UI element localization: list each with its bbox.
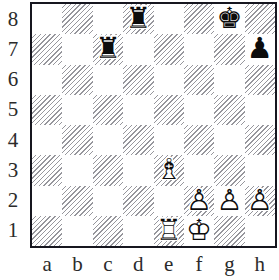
square-g2[interactable]: ♟♙ <box>214 186 244 216</box>
square-b2[interactable] <box>62 186 92 216</box>
square-b3[interactable] <box>62 155 92 185</box>
square-f3[interactable] <box>184 155 214 185</box>
square-c3[interactable] <box>93 155 123 185</box>
square-g8[interactable]: ♚♚ <box>214 4 244 34</box>
file-label-d: d <box>123 250 153 278</box>
file-label-e: e <box>154 250 184 278</box>
piece-glyph: ♙ <box>214 186 244 215</box>
square-b6[interactable] <box>62 65 92 95</box>
square-h5[interactable] <box>245 95 275 125</box>
square-f1[interactable]: ♚♔ <box>184 216 214 246</box>
square-c4[interactable] <box>93 125 123 155</box>
file-labels: abcdefgh <box>32 250 275 278</box>
square-d2[interactable] <box>123 186 153 216</box>
square-b1[interactable] <box>62 216 92 246</box>
square-f7[interactable] <box>184 34 214 64</box>
square-d7[interactable] <box>123 34 153 64</box>
piece-glyph: ♜ <box>93 34 123 63</box>
square-g5[interactable] <box>214 95 244 125</box>
square-e1[interactable]: ♜♖ <box>154 216 184 246</box>
square-d5[interactable] <box>123 95 153 125</box>
square-a2[interactable] <box>32 186 62 216</box>
square-a1[interactable] <box>32 216 62 246</box>
square-c6[interactable] <box>93 65 123 95</box>
square-e6[interactable] <box>154 65 184 95</box>
square-g3[interactable] <box>214 155 244 185</box>
white-king-f1[interactable]: ♚♔ <box>184 216 214 246</box>
piece-glyph: ♗ <box>154 155 184 184</box>
square-b7[interactable] <box>62 34 92 64</box>
file-label-b: b <box>62 250 92 278</box>
square-h8[interactable] <box>245 4 275 34</box>
square-a7[interactable] <box>32 34 62 64</box>
rank-label-7: 7 <box>2 34 24 64</box>
square-f2[interactable]: ♟♙ <box>184 186 214 216</box>
square-e3[interactable]: ♝♗ <box>154 155 184 185</box>
square-g6[interactable] <box>214 65 244 95</box>
square-b8[interactable] <box>62 4 92 34</box>
square-d6[interactable] <box>123 65 153 95</box>
square-d8[interactable]: ♜♜ <box>123 4 153 34</box>
rank-label-8: 8 <box>2 4 24 34</box>
square-g4[interactable] <box>214 125 244 155</box>
black-king-g8[interactable]: ♚♚ <box>214 4 244 34</box>
square-c7[interactable]: ♜♜ <box>93 34 123 64</box>
piece-glyph: ♖ <box>154 216 184 245</box>
black-rook-d8[interactable]: ♜♜ <box>123 4 153 34</box>
square-h4[interactable] <box>245 125 275 155</box>
rank-label-5: 5 <box>2 95 24 125</box>
square-h6[interactable] <box>245 65 275 95</box>
rank-label-1: 1 <box>2 216 24 246</box>
square-f8[interactable] <box>184 4 214 34</box>
square-d3[interactable] <box>123 155 153 185</box>
piece-glyph: ♟ <box>245 34 275 63</box>
rank-label-6: 6 <box>2 65 24 95</box>
square-a8[interactable] <box>32 4 62 34</box>
piece-glyph: ♔ <box>184 216 214 245</box>
chess-diagram: 87654321 ♜♜♚♚♜♜♟♟♝♗♟♙♟♙♟♙♜♖♚♔ abcdefgh <box>0 0 279 280</box>
rank-labels: 87654321 <box>2 4 24 246</box>
square-e5[interactable] <box>154 95 184 125</box>
square-d4[interactable] <box>123 125 153 155</box>
square-e7[interactable] <box>154 34 184 64</box>
square-a3[interactable] <box>32 155 62 185</box>
piece-glyph: ♙ <box>184 186 214 215</box>
square-d1[interactable] <box>123 216 153 246</box>
square-a5[interactable] <box>32 95 62 125</box>
square-c8[interactable] <box>93 4 123 34</box>
square-h3[interactable] <box>245 155 275 185</box>
square-f6[interactable] <box>184 65 214 95</box>
rank-label-3: 3 <box>2 155 24 185</box>
square-a6[interactable] <box>32 65 62 95</box>
white-pawn-h2[interactable]: ♟♙ <box>245 186 275 216</box>
square-e4[interactable] <box>154 125 184 155</box>
square-c1[interactable] <box>93 216 123 246</box>
white-pawn-g2[interactable]: ♟♙ <box>214 186 244 216</box>
white-rook-e1[interactable]: ♜♖ <box>154 216 184 246</box>
square-c5[interactable] <box>93 95 123 125</box>
black-rook-c7[interactable]: ♜♜ <box>93 34 123 64</box>
white-bishop-e3[interactable]: ♝♗ <box>154 155 184 185</box>
square-e2[interactable] <box>154 186 184 216</box>
square-g1[interactable] <box>214 216 244 246</box>
square-f5[interactable] <box>184 95 214 125</box>
square-a4[interactable] <box>32 125 62 155</box>
square-g7[interactable] <box>214 34 244 64</box>
square-e8[interactable] <box>154 4 184 34</box>
file-label-f: f <box>184 250 214 278</box>
file-label-a: a <box>32 250 62 278</box>
square-c2[interactable] <box>93 186 123 216</box>
square-h2[interactable]: ♟♙ <box>245 186 275 216</box>
black-pawn-h7[interactable]: ♟♟ <box>245 34 275 64</box>
white-pawn-f2[interactable]: ♟♙ <box>184 186 214 216</box>
file-label-g: g <box>214 250 244 278</box>
rank-label-2: 2 <box>2 186 24 216</box>
piece-glyph: ♙ <box>245 186 275 215</box>
chess-board: ♜♜♚♚♜♜♟♟♝♗♟♙♟♙♟♙♜♖♚♔ <box>30 2 277 248</box>
square-f4[interactable] <box>184 125 214 155</box>
square-h1[interactable] <box>245 216 275 246</box>
square-h7[interactable]: ♟♟ <box>245 34 275 64</box>
square-b5[interactable] <box>62 95 92 125</box>
piece-glyph: ♜ <box>123 4 153 33</box>
piece-glyph: ♚ <box>214 4 244 33</box>
rank-label-4: 4 <box>2 125 24 155</box>
file-label-c: c <box>93 250 123 278</box>
square-b4[interactable] <box>62 125 92 155</box>
file-label-h: h <box>245 250 275 278</box>
